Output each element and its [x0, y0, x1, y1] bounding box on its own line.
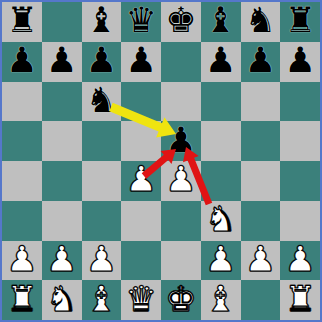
- black-knight-c6[interactable]: ♞: [86, 83, 117, 118]
- black-pawn-g7[interactable]: ♟: [245, 43, 276, 78]
- square-g5[interactable]: [241, 121, 281, 161]
- square-d8[interactable]: ♛: [121, 2, 161, 42]
- white-bishop-f1[interactable]: ♝: [205, 282, 236, 317]
- square-d7[interactable]: ♟: [121, 42, 161, 82]
- square-f7[interactable]: ♟: [201, 42, 241, 82]
- black-pawn-a7[interactable]: ♟: [6, 43, 37, 78]
- square-a1[interactable]: ♜: [2, 280, 42, 320]
- square-a3[interactable]: [2, 201, 42, 241]
- square-h1[interactable]: ♜: [280, 280, 320, 320]
- square-a5[interactable]: [2, 121, 42, 161]
- square-f6[interactable]: [201, 82, 241, 122]
- square-e1[interactable]: ♚: [161, 280, 201, 320]
- black-pawn-f7[interactable]: ♟: [205, 43, 236, 78]
- square-g8[interactable]: ♞: [241, 2, 281, 42]
- black-king-e8[interactable]: ♚: [165, 3, 196, 38]
- black-pawn-h7[interactable]: ♟: [284, 43, 315, 78]
- square-a8[interactable]: ♜: [2, 2, 42, 42]
- square-c2[interactable]: ♟: [82, 241, 122, 281]
- white-pawn-h2[interactable]: ♟: [284, 242, 315, 277]
- square-a6[interactable]: [2, 82, 42, 122]
- square-g3[interactable]: [241, 201, 281, 241]
- square-a2[interactable]: ♟: [2, 241, 42, 281]
- square-f3[interactable]: ♞: [201, 201, 241, 241]
- square-b4[interactable]: [42, 161, 82, 201]
- black-bishop-f8[interactable]: ♝: [205, 3, 236, 38]
- square-b8[interactable]: [42, 2, 82, 42]
- square-g6[interactable]: [241, 82, 281, 122]
- white-knight-b1[interactable]: ♞: [46, 282, 77, 317]
- black-pawn-c7[interactable]: ♟: [86, 43, 117, 78]
- chess-board: ♜♝♛♚♝♞♜♟♟♟♟♟♟♟♞♟♟♟♞♟♟♟♟♟♟♜♞♝♛♚♝♜: [2, 2, 320, 320]
- square-b6[interactable]: [42, 82, 82, 122]
- square-a4[interactable]: [2, 161, 42, 201]
- square-d6[interactable]: [121, 82, 161, 122]
- white-king-e1[interactable]: ♚: [165, 282, 196, 317]
- square-b2[interactable]: ♟: [42, 241, 82, 281]
- square-e6[interactable]: [161, 82, 201, 122]
- square-h7[interactable]: ♟: [280, 42, 320, 82]
- white-pawn-a2[interactable]: ♟: [6, 242, 37, 277]
- white-pawn-d4[interactable]: ♟: [125, 162, 156, 197]
- white-rook-a1[interactable]: ♜: [6, 282, 37, 317]
- square-e4[interactable]: ♟: [161, 161, 201, 201]
- square-g4[interactable]: [241, 161, 281, 201]
- black-rook-a8[interactable]: ♜: [6, 3, 37, 38]
- square-d4[interactable]: ♟: [121, 161, 161, 201]
- square-d1[interactable]: ♛: [121, 280, 161, 320]
- square-h6[interactable]: [280, 82, 320, 122]
- square-h5[interactable]: [280, 121, 320, 161]
- square-h8[interactable]: ♜: [280, 2, 320, 42]
- square-e5[interactable]: ♟: [161, 121, 201, 161]
- square-d2[interactable]: [121, 241, 161, 281]
- white-pawn-e4[interactable]: ♟: [165, 162, 196, 197]
- square-c1[interactable]: ♝: [82, 280, 122, 320]
- square-c3[interactable]: [82, 201, 122, 241]
- white-pawn-b2[interactable]: ♟: [46, 242, 77, 277]
- square-f8[interactable]: ♝: [201, 2, 241, 42]
- black-pawn-b7[interactable]: ♟: [46, 43, 77, 78]
- square-c5[interactable]: [82, 121, 122, 161]
- square-h4[interactable]: [280, 161, 320, 201]
- black-pawn-e5[interactable]: ♟: [165, 123, 196, 158]
- square-e7[interactable]: [161, 42, 201, 82]
- white-rook-h1[interactable]: ♜: [284, 282, 315, 317]
- white-queen-d1[interactable]: ♛: [125, 282, 156, 317]
- black-queen-d8[interactable]: ♛: [125, 3, 156, 38]
- white-bishop-c1[interactable]: ♝: [86, 282, 117, 317]
- square-f5[interactable]: [201, 121, 241, 161]
- square-h2[interactable]: ♟: [280, 241, 320, 281]
- chess-board-frame: ♜♝♛♚♝♞♜♟♟♟♟♟♟♟♞♟♟♟♞♟♟♟♟♟♟♜♞♝♛♚♝♜: [0, 0, 322, 322]
- square-c7[interactable]: ♟: [82, 42, 122, 82]
- black-pawn-d7[interactable]: ♟: [125, 43, 156, 78]
- square-g7[interactable]: ♟: [241, 42, 281, 82]
- square-c8[interactable]: ♝: [82, 2, 122, 42]
- square-c4[interactable]: [82, 161, 122, 201]
- black-bishop-c8[interactable]: ♝: [86, 3, 117, 38]
- square-a7[interactable]: ♟: [2, 42, 42, 82]
- square-g2[interactable]: ♟: [241, 241, 281, 281]
- square-c6[interactable]: ♞: [82, 82, 122, 122]
- square-f1[interactable]: ♝: [201, 280, 241, 320]
- square-b5[interactable]: [42, 121, 82, 161]
- square-e3[interactable]: [161, 201, 201, 241]
- white-pawn-c2[interactable]: ♟: [86, 242, 117, 277]
- square-e2[interactable]: [161, 241, 201, 281]
- square-b3[interactable]: [42, 201, 82, 241]
- white-pawn-g2[interactable]: ♟: [245, 242, 276, 277]
- black-knight-g8[interactable]: ♞: [245, 3, 276, 38]
- square-b7[interactable]: ♟: [42, 42, 82, 82]
- square-d3[interactable]: [121, 201, 161, 241]
- white-pawn-f2[interactable]: ♟: [205, 242, 236, 277]
- square-b1[interactable]: ♞: [42, 280, 82, 320]
- square-h3[interactable]: [280, 201, 320, 241]
- square-g1[interactable]: [241, 280, 281, 320]
- black-rook-h8[interactable]: ♜: [284, 3, 315, 38]
- white-knight-f3[interactable]: ♞: [205, 202, 236, 237]
- square-e8[interactable]: ♚: [161, 2, 201, 42]
- square-f2[interactable]: ♟: [201, 241, 241, 281]
- square-d5[interactable]: [121, 121, 161, 161]
- square-f4[interactable]: [201, 161, 241, 201]
